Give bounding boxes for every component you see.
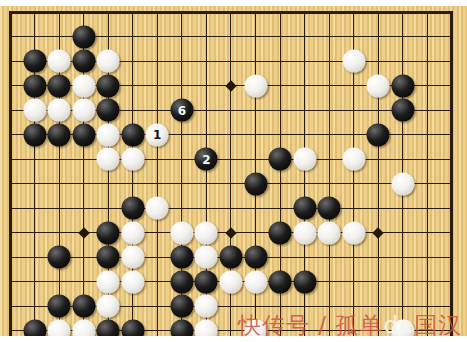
black-stone <box>72 295 95 318</box>
white-stone <box>72 319 95 336</box>
white-stone <box>97 148 120 171</box>
white-stone <box>195 221 218 244</box>
black-stone <box>48 74 71 97</box>
black-stone <box>72 25 95 48</box>
black-stone <box>391 99 414 122</box>
white-stone <box>121 270 144 293</box>
black-stone <box>97 246 120 269</box>
black-stone <box>219 246 242 269</box>
black-stone <box>170 319 193 336</box>
black-stone <box>72 50 95 73</box>
white-stone <box>48 99 71 122</box>
watermark-latin: de <box>383 312 414 338</box>
white-stone <box>121 246 144 269</box>
black-stone <box>121 319 144 336</box>
black-stone <box>97 221 120 244</box>
white-stone <box>48 50 71 73</box>
black-stone <box>23 123 46 146</box>
white-stone <box>342 148 365 171</box>
screenshot-root: 612 快传号 / 孤单de国汉 <box>0 0 467 342</box>
star-point <box>373 227 384 238</box>
white-stone <box>318 221 341 244</box>
white-stone <box>121 221 144 244</box>
white-stone <box>391 172 414 195</box>
white-stone <box>342 50 365 73</box>
star-point <box>225 227 236 238</box>
black-stone <box>121 197 144 220</box>
black-stone <box>293 197 316 220</box>
white-stone <box>97 50 120 73</box>
white-stone <box>72 74 95 97</box>
black-stone <box>244 246 267 269</box>
black-stone <box>269 221 292 244</box>
black-stone <box>23 319 46 336</box>
black-stone <box>23 74 46 97</box>
black-stone <box>97 99 120 122</box>
white-stone <box>121 148 144 171</box>
watermark-text: 快传号 / 孤单de国汉 <box>238 310 462 341</box>
white-stone <box>23 99 46 122</box>
black-stone <box>293 270 316 293</box>
star-point <box>225 80 236 91</box>
black-stone <box>97 319 120 336</box>
grid-line-horizontal <box>9 208 454 209</box>
white-stone <box>244 74 267 97</box>
black-stone <box>391 74 414 97</box>
white-stone-move-1: 1 <box>146 123 169 146</box>
watermark-suffix: 国汉 <box>414 312 462 338</box>
black-stone-move-2: 2 <box>195 148 218 171</box>
black-stone <box>269 148 292 171</box>
white-stone <box>367 74 390 97</box>
black-stone <box>48 295 71 318</box>
black-stone <box>244 172 267 195</box>
white-stone <box>293 148 316 171</box>
white-stone <box>195 295 218 318</box>
grid-line-horizontal <box>9 183 454 184</box>
white-stone <box>97 123 120 146</box>
white-stone <box>244 270 267 293</box>
white-stone <box>195 246 218 269</box>
white-stone <box>170 221 193 244</box>
go-board: 612 <box>0 6 467 336</box>
black-stone <box>23 50 46 73</box>
black-stone <box>269 270 292 293</box>
top-letterbox-bar <box>0 0 467 6</box>
black-stone <box>121 123 144 146</box>
black-stone <box>170 295 193 318</box>
black-stone <box>195 270 218 293</box>
white-stone <box>195 319 218 336</box>
white-stone <box>342 221 365 244</box>
white-stone <box>146 197 169 220</box>
white-stone <box>293 221 316 244</box>
black-stone <box>170 270 193 293</box>
white-stone <box>48 319 71 336</box>
black-stone <box>48 246 71 269</box>
black-stone <box>97 74 120 97</box>
white-stone <box>97 270 120 293</box>
black-stone <box>48 123 71 146</box>
watermark-prefix: 快传号 / 孤单 <box>238 312 383 338</box>
white-stone <box>219 270 242 293</box>
black-stone <box>170 246 193 269</box>
black-stone <box>318 197 341 220</box>
white-stone <box>97 295 120 318</box>
grid-line-horizontal <box>9 11 454 14</box>
black-stone <box>72 123 95 146</box>
white-stone <box>72 99 95 122</box>
star-point <box>78 227 89 238</box>
black-stone <box>367 123 390 146</box>
black-stone-move-6: 6 <box>170 99 193 122</box>
grid-line-horizontal <box>9 159 454 160</box>
